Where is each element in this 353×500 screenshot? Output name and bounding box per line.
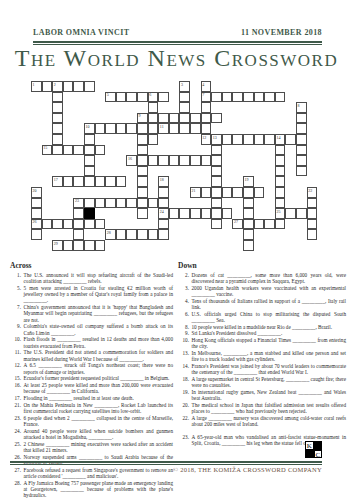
clue: 22.A large _________ nursery was discove… [178,415,346,428]
grid-cell[interactable] [137,155,148,166]
clue-number: 17. [10,395,24,401]
grid-cell[interactable] [296,123,307,134]
grid-cell[interactable] [169,113,180,124]
grid-cell[interactable] [84,155,95,166]
grid-cell[interactable] [52,145,63,156]
cell-number: 14 [276,135,280,140]
grid-cell[interactable] [52,134,63,145]
clue: 19.In international rugby games, New Zea… [178,389,346,402]
grid-cell[interactable] [169,208,180,219]
clue-text: A Fly Jamaica Boeing 757 passenger plane… [24,480,174,499]
cell-number: 19 [245,177,249,182]
grid-cell[interactable] [158,187,169,198]
issue-date: 11 NOVEMBER 2018 [241,28,322,37]
grid-cell[interactable] [105,176,116,187]
newspaper-page: LABOR OMNIA VINCIT 11 NOVEMBER 2018 The … [0,0,353,500]
down-clue-list: 2.Dozens of cat _________, some more tha… [178,272,346,446]
grid-cell[interactable] [137,198,148,209]
clue-text: Colombia's state-owned oil company suffe… [24,323,174,336]
clue-text: Flooding in _________ resulted in at lea… [24,395,174,401]
down-clues-column: Down 2.Dozens of cat _________, some mor… [178,263,346,447]
clue-text: Tens of thousands of Italians rallied in… [192,298,347,311]
grid-cell[interactable]: 23 [73,198,84,209]
clue: 8.10 people were killed in a mudslide ne… [178,324,346,330]
grid-cell[interactable] [296,113,307,124]
grid-cell[interactable] [296,155,307,166]
grid-cell[interactable] [275,198,286,209]
grid-cell[interactable] [116,176,127,187]
grid-cell[interactable]: 17 [52,176,63,187]
clue: 9.Sri Lanka's President dissolved ______… [178,330,346,336]
clue-number: 22. [178,415,192,428]
clue: 23.6 people died when 2 _________ collap… [10,415,173,428]
clue-text: 10 people were killed in a mudslide near… [192,324,347,330]
clue-text: The U.S. President did not attend a comm… [24,349,174,362]
grid-cell[interactable] [179,92,190,103]
grid-cell[interactable] [158,155,169,166]
across-heading: Across [10,263,173,269]
grid-cell[interactable] [190,155,201,166]
grid-cell[interactable] [148,155,159,166]
cell-number: 20 [33,188,37,193]
publisher-logo: K C [305,441,322,458]
cell-number: 15 [43,145,47,150]
clue: 17.Flooding in _________ resulted in at … [10,395,173,401]
grid-cell[interactable] [116,198,127,209]
grid-cell[interactable]: 22 [307,187,318,198]
grid-cell[interactable] [105,198,116,209]
across-clue-list: 1.The U.S. announced it will stop refuel… [10,272,173,500]
grid-cell[interactable] [285,208,296,219]
grid-cell[interactable]: 15 [42,145,53,156]
grid-cell[interactable] [201,187,212,198]
grid-cell[interactable] [201,123,212,134]
clue-text: A large supermarket in central St Peters… [192,376,347,389]
grid-cell[interactable] [243,134,254,145]
grid-cell[interactable]: 10 [84,123,95,134]
clue: 20.The medical school in Japan that fals… [178,402,346,415]
grid-cell[interactable] [254,92,265,103]
clue-number: 6. [178,311,192,324]
clue-number: 23. [178,434,192,447]
grid-cell[interactable] [307,219,318,230]
grid-cell[interactable] [275,155,286,166]
clue-text: In international rugby games, New Zealan… [192,389,347,402]
page-title: The World News Crossword [0,45,353,72]
clue-number: 4. [178,298,192,311]
clue: 7.China's government announced that it i… [10,304,173,323]
grid-cell[interactable]: 2 [52,81,63,92]
grid-cell[interactable] [158,198,169,209]
clue-number: 12. [10,362,24,375]
clue-text: On the Mahia Peninsula in New _________,… [24,402,174,415]
grid-cell[interactable] [232,92,243,103]
grid-cell[interactable] [211,208,222,219]
clue: 24.Around 40 people were killed when sui… [10,428,173,441]
grid-cell[interactable] [211,92,222,103]
clue-number: 13. [178,350,192,363]
grid-cell[interactable]: 7 [201,92,212,103]
clue-text: Hong Kong officials stopped a Financial … [192,337,347,350]
logo-black-square [314,441,323,450]
grid-cell[interactable] [95,219,106,230]
grid-cell[interactable] [243,219,254,230]
grid-cell[interactable] [137,92,148,103]
clue-number: 21. [10,402,24,415]
black-cell [84,208,95,219]
grid-cell[interactable]: 18 [158,176,169,187]
grid-cell[interactable]: 21 [190,187,201,198]
grid-cell[interactable] [137,166,148,177]
cell-number: 5 [107,92,109,97]
grid-cell[interactable] [95,198,106,209]
clue-text: The U.S. announced it will stop refuelin… [24,272,174,285]
grid-cell[interactable] [275,176,286,187]
grid-cell[interactable] [84,134,95,145]
grid-cell[interactable] [63,145,74,156]
grid-cell[interactable] [126,198,137,209]
grid-cell[interactable] [148,102,159,113]
grid-cell[interactable] [201,113,212,124]
logo-letter-k: K [305,441,314,450]
clue: 13.In Melbourne, _________, a man stabbe… [178,350,346,363]
grid-cell[interactable] [201,155,212,166]
grid-cell[interactable] [105,123,116,134]
grid-cell[interactable] [222,208,233,219]
cell-number: 2 [54,82,56,87]
grid-cell[interactable] [84,145,95,156]
cell-number: 25 [276,209,280,214]
grid-cell[interactable] [296,145,307,156]
grid-cell[interactable]: 16 [126,155,137,166]
grid-cell[interactable] [84,219,95,230]
grid-cell[interactable] [275,187,286,198]
grid-cell[interactable] [243,92,254,103]
grid-cell[interactable] [307,229,318,240]
grid-cell[interactable]: 6 [148,92,159,103]
grid-cell[interactable] [275,166,286,177]
clue-text: Sri Lanka's President dissolved ________… [192,330,347,336]
clue-number: 2. [178,272,192,285]
clue-number: 27. [10,467,24,480]
clue: 9.Colombia's state-owned oil company suf… [10,323,173,336]
clue-number: 1. [10,272,24,285]
clue-text: 6 people died when 2 _________ collapsed… [24,415,174,428]
grid-cell[interactable] [137,145,148,156]
grid-cell[interactable] [158,92,169,103]
clue-number: 18. [178,376,192,389]
grid-cell[interactable] [84,81,95,92]
grid-cell[interactable] [158,229,169,240]
grid-cell[interactable]: 11 [158,123,169,134]
grid-cell[interactable] [222,92,233,103]
cell-number: 17 [54,177,58,182]
grid-cell[interactable]: 8 [296,102,307,113]
clue-number: 11. [10,349,24,362]
clue: 11.The U.S. President did not attend a c… [10,349,173,362]
clue-text: France's President was joined by about 7… [192,363,347,376]
grid-cell[interactable] [243,187,254,198]
clue-number: 25. [10,441,24,454]
cell-number: 29 [54,241,58,246]
grid-cell[interactable] [63,176,74,187]
logo-letter-c: C [314,450,323,459]
clue-number: 16. [10,382,24,395]
clue: 25.2 Chinese _________ mining executives… [10,441,173,454]
clue: 6.U.S. officials urged China to stop mil… [178,311,346,324]
grid-cell[interactable] [179,113,190,124]
grid-cell[interactable] [275,145,286,156]
grid-cell[interactable] [148,229,159,240]
footer-rule [10,461,322,465]
grid-cell[interactable] [211,176,222,187]
clue: 2.Dozens of cat _________, some more tha… [178,272,346,285]
clue-text: Flash floods in _________ resulted in 12… [24,336,174,349]
clue-text: In Melbourne, _________, a man stabbed a… [192,350,347,363]
grid-cell[interactable] [52,113,63,124]
grid-cell[interactable] [243,240,254,251]
grid-cell[interactable] [264,134,275,145]
cell-number: 12 [202,135,206,140]
grid-cell[interactable] [148,198,159,209]
grid-cell[interactable]: 5 [105,92,116,103]
grid-cell[interactable] [137,229,148,240]
grid-cell[interactable] [31,208,42,219]
grid-cell[interactable]: 12 [201,134,212,145]
clue-text: Ecuador's former president requested pol… [24,375,174,381]
grid-cell[interactable] [126,123,137,134]
clue: 21.On the Mahia Peninsula in New _______… [10,402,173,415]
clue-number: 24. [10,428,24,441]
clue: 10.Hong Kong officials stopped a Financi… [178,337,346,350]
grid-cell[interactable] [116,229,127,240]
grid-cell[interactable] [31,198,42,209]
grid-cell[interactable] [275,92,286,103]
grid-cell[interactable] [307,198,318,209]
cell-number: 4 [202,82,204,87]
clue-text: At least 25 people were killed and more … [24,382,174,395]
grid-cell[interactable]: 13 [211,134,222,145]
grid-cell[interactable] [296,134,307,145]
cell-number: 9 [139,113,141,118]
grid-cell[interactable] [148,113,159,124]
cell-number: 24 [160,209,164,214]
grid-cell[interactable] [42,81,53,92]
grid-cell[interactable] [95,176,106,187]
grid-cell[interactable] [190,113,201,124]
grid-cell[interactable] [52,92,63,103]
grid-cell[interactable] [285,134,296,145]
grid-cell[interactable] [179,102,190,113]
clue-text: A large _________ nursery was discovered… [192,415,347,428]
grid-cell[interactable] [137,134,148,145]
cell-number: 13 [213,135,217,140]
cell-number: 1 [33,82,35,87]
grid-cell[interactable] [73,81,84,92]
grid-cell[interactable] [126,92,137,103]
grid-cell[interactable] [211,113,222,124]
grid-cell[interactable] [63,219,74,230]
grid-cell[interactable] [211,198,222,209]
grid-cell[interactable] [232,134,243,145]
grid-cell[interactable]: 9 [137,113,148,124]
clue-text: 2000 Ugandan health workers were vaccina… [192,285,347,298]
grid-cell[interactable] [42,219,53,230]
grid-cell[interactable]: 4 [201,81,212,92]
grid-cell[interactable] [201,102,212,113]
grid-cell[interactable] [190,208,201,219]
grid-cell[interactable] [211,155,222,166]
grid-cell[interactable] [116,92,127,103]
cell-number: 23 [75,198,79,203]
motto: LABOR OMNIA VINCIT [33,28,129,37]
cell-number: 6 [149,92,151,97]
grid-cell[interactable] [148,123,159,134]
grid-cell[interactable] [243,198,254,209]
clue-number: 28. [10,480,24,499]
grid-cell[interactable] [31,229,42,240]
clue-number: 8. [178,324,192,330]
grid-cell[interactable] [137,176,148,187]
grid-cell[interactable] [222,134,233,145]
cell-number: 10 [86,124,90,129]
clue-text: Facebook refused a request from Singapor… [24,467,174,480]
clue-text: 5 men were arrested in Croatia for steal… [24,285,174,304]
grid-cell[interactable] [201,208,212,219]
cell-number: 28 [107,230,111,235]
grid-cell[interactable]: 1 [31,81,42,92]
grid-cell[interactable] [169,155,180,166]
grid-cell[interactable] [148,134,159,145]
grid-cell[interactable]: 20 [31,187,42,198]
grid-cell[interactable] [264,92,275,103]
clue-text: A 6.5 _________ struck off Tonga's north… [24,362,174,375]
grid-cell[interactable] [179,155,190,166]
grid-cell[interactable] [190,123,201,134]
grid-cell[interactable] [275,219,286,230]
grid-cell[interactable] [179,123,190,134]
clue: 14.France's President was joined by abou… [178,363,346,376]
grid-cell[interactable] [254,134,265,145]
grid-cell[interactable] [52,102,63,113]
cell-number: 11 [160,124,164,129]
cell-number: 18 [160,177,164,182]
grid-cell[interactable] [95,123,106,134]
grid-cell[interactable] [211,145,222,156]
clue-number: 5. [10,285,24,304]
grid-cell[interactable] [137,187,148,198]
clue-text: A 65-year-old man who vandalised an anti… [192,434,347,447]
grid-cell[interactable] [84,240,95,251]
clue-text: Around 40 people were killed when suicid… [24,428,174,441]
clue: 27.Facebook refused a request from Singa… [10,467,173,480]
grid-cell[interactable] [137,208,148,219]
grid-cell[interactable] [52,123,63,134]
cell-number: 7 [202,92,204,97]
grid-cell[interactable] [232,187,243,198]
clue-number: 3. [178,285,192,298]
grid-cell[interactable] [264,219,275,230]
grid-cell[interactable] [222,187,233,198]
grid-cell[interactable] [137,123,148,134]
clue: 3.2000 Ugandan health workers were vacci… [178,285,346,298]
grid-cell[interactable] [179,208,190,219]
grid-cell[interactable] [243,208,254,219]
grid-cell[interactable] [73,229,84,240]
grid-cell[interactable] [84,176,95,187]
grid-cell[interactable]: 27 [232,219,243,230]
grid-cell[interactable] [73,240,84,251]
clue-text: Dozens of cat _________, some more than … [192,272,347,285]
grid-cell[interactable] [126,229,137,240]
grid-cell[interactable] [158,113,169,124]
grid-cell[interactable] [296,208,307,219]
grid-cell[interactable] [158,219,169,230]
grid-cell[interactable] [73,145,84,156]
masthead: LABOR OMNIA VINCIT 11 NOVEMBER 2018 [33,28,322,37]
cell-number: 26 [33,219,37,224]
clue-number: 9. [10,323,24,336]
grid-cell[interactable]: 24 [158,208,169,219]
clue-text: 2 Chinese _________ mining executives we… [24,441,174,454]
grid-cell[interactable] [307,208,318,219]
grid-cell[interactable] [95,145,106,156]
grid-cell[interactable]: 29 [52,240,63,251]
clue-number: 10. [10,336,24,349]
grid-cell[interactable]: 25 [275,208,286,219]
cell-number: 21 [192,188,196,193]
cell-number: 16 [128,156,132,161]
grid-cell[interactable] [52,219,63,230]
grid-cell[interactable] [211,166,222,177]
clue-number: 10. [178,337,192,350]
grid-cell[interactable] [211,187,222,198]
cell-number: 3 [181,82,183,87]
grid-cell[interactable] [211,219,222,230]
cell-number: 22 [308,188,312,193]
grid-cell[interactable] [169,123,180,134]
grid-cell[interactable]: 3 [179,81,190,92]
grid-cell[interactable]: 28 [105,229,116,240]
grid-cell[interactable] [63,240,74,251]
clue: 1.The U.S. announced it will stop refuel… [10,272,173,285]
grid-cell[interactable]: 14 [275,134,286,145]
grid-cell[interactable] [84,198,95,209]
grid-cell[interactable]: 19 [243,176,254,187]
down-heading: Down [178,263,346,269]
grid-cell[interactable]: 26 [31,219,42,230]
clue: 15.Ecuador's former president requested … [10,375,173,381]
grid-cell[interactable] [73,219,84,230]
clue: 16.At least 25 people were killed and mo… [10,382,173,395]
clue-number: 23. [10,415,24,428]
clue: 18.A large supermarket in central St Pet… [178,376,346,389]
grid-cell[interactable] [243,229,254,240]
grid-cell[interactable] [95,240,106,251]
grid-cell[interactable] [254,187,265,198]
grid-cell[interactable] [254,219,265,230]
grid-cell[interactable] [116,123,127,134]
grid-cell[interactable] [63,81,74,92]
copyright-line: © 2018, THE KOMIŽA CROSSWORD COMPANY [173,466,322,473]
grid-cell[interactable] [73,176,84,187]
cell-number: 8 [298,103,300,108]
grid-cell[interactable] [296,166,307,177]
clue: 4.Tens of thousands of Italians rallied … [178,298,346,311]
grid-cell[interactable] [84,166,95,177]
clue-number: 7. [10,304,24,323]
grid-cell[interactable] [73,208,84,219]
